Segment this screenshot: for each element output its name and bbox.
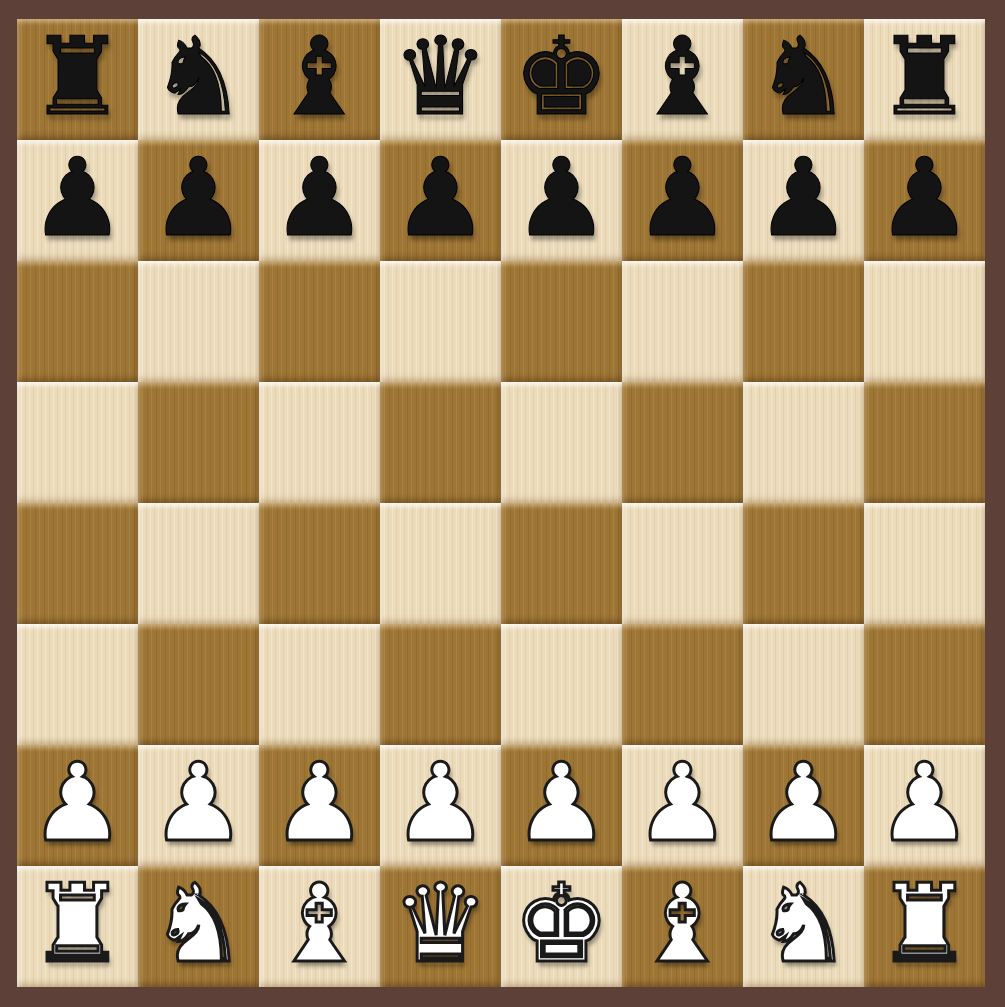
square-h8[interactable]: ♜ [864, 19, 985, 140]
square-g1[interactable]: ♞ [743, 866, 864, 987]
square-g7[interactable]: ♟ [743, 140, 864, 261]
square-c3[interactable] [259, 624, 380, 745]
square-c2[interactable]: ♟ [259, 745, 380, 866]
white-queen-piece[interactable]: ♛ [392, 870, 489, 978]
square-d6[interactable] [380, 261, 501, 382]
square-a6[interactable] [17, 261, 138, 382]
white-pawn-piece[interactable]: ♟ [392, 749, 489, 857]
square-b1[interactable]: ♞ [138, 866, 259, 987]
white-knight-piece[interactable]: ♞ [150, 870, 247, 978]
square-f8[interactable]: ♝ [622, 19, 743, 140]
square-g6[interactable] [743, 261, 864, 382]
white-rook-piece[interactable]: ♜ [29, 870, 126, 978]
square-h4[interactable] [864, 503, 985, 624]
black-pawn-piece[interactable]: ♟ [29, 144, 126, 252]
square-d2[interactable]: ♟ [380, 745, 501, 866]
square-h3[interactable] [864, 624, 985, 745]
square-b4[interactable] [138, 503, 259, 624]
square-g4[interactable] [743, 503, 864, 624]
black-queen-piece[interactable]: ♛ [392, 23, 489, 131]
square-f1[interactable]: ♝ [622, 866, 743, 987]
square-a4[interactable] [17, 503, 138, 624]
square-b2[interactable]: ♟ [138, 745, 259, 866]
square-e7[interactable]: ♟ [501, 140, 622, 261]
square-b7[interactable]: ♟ [138, 140, 259, 261]
square-e6[interactable] [501, 261, 622, 382]
square-a8[interactable]: ♜ [17, 19, 138, 140]
square-h7[interactable]: ♟ [864, 140, 985, 261]
square-g5[interactable] [743, 382, 864, 503]
square-d1[interactable]: ♛ [380, 866, 501, 987]
black-rook-piece[interactable]: ♜ [876, 23, 973, 131]
square-g2[interactable]: ♟ [743, 745, 864, 866]
square-b6[interactable] [138, 261, 259, 382]
black-knight-piece[interactable]: ♞ [755, 23, 852, 131]
square-e2[interactable]: ♟ [501, 745, 622, 866]
white-pawn-piece[interactable]: ♟ [876, 749, 973, 857]
square-c5[interactable] [259, 382, 380, 503]
square-b5[interactable] [138, 382, 259, 503]
square-b3[interactable] [138, 624, 259, 745]
white-pawn-piece[interactable]: ♟ [29, 749, 126, 857]
black-pawn-piece[interactable]: ♟ [876, 144, 973, 252]
white-bishop-piece[interactable]: ♝ [271, 870, 368, 978]
white-king-piece[interactable]: ♚ [513, 870, 610, 978]
white-pawn-piece[interactable]: ♟ [755, 749, 852, 857]
black-pawn-piece[interactable]: ♟ [634, 144, 731, 252]
white-bishop-piece[interactable]: ♝ [634, 870, 731, 978]
square-e4[interactable] [501, 503, 622, 624]
square-d5[interactable] [380, 382, 501, 503]
square-d7[interactable]: ♟ [380, 140, 501, 261]
square-h5[interactable] [864, 382, 985, 503]
square-h2[interactable]: ♟ [864, 745, 985, 866]
white-rook-piece[interactable]: ♜ [876, 870, 973, 978]
square-e1[interactable]: ♚ [501, 866, 622, 987]
black-pawn-piece[interactable]: ♟ [271, 144, 368, 252]
square-b8[interactable]: ♞ [138, 19, 259, 140]
square-c8[interactable]: ♝ [259, 19, 380, 140]
square-a7[interactable]: ♟ [17, 140, 138, 261]
board-frame: ♜♞♝♛♚♝♞♜♟♟♟♟♟♟♟♟♟♟♟♟♟♟♟♟♜♞♝♛♚♝♞♜ [0, 0, 1005, 1007]
chess-board: ♜♞♝♛♚♝♞♜♟♟♟♟♟♟♟♟♟♟♟♟♟♟♟♟♜♞♝♛♚♝♞♜ [17, 19, 985, 987]
white-pawn-piece[interactable]: ♟ [150, 749, 247, 857]
black-knight-piece[interactable]: ♞ [150, 23, 247, 131]
square-f3[interactable] [622, 624, 743, 745]
square-c6[interactable] [259, 261, 380, 382]
square-e8[interactable]: ♚ [501, 19, 622, 140]
square-c1[interactable]: ♝ [259, 866, 380, 987]
square-d4[interactable] [380, 503, 501, 624]
square-d3[interactable] [380, 624, 501, 745]
square-g8[interactable]: ♞ [743, 19, 864, 140]
square-a3[interactable] [17, 624, 138, 745]
square-c4[interactable] [259, 503, 380, 624]
square-f6[interactable] [622, 261, 743, 382]
square-h1[interactable]: ♜ [864, 866, 985, 987]
square-a2[interactable]: ♟ [17, 745, 138, 866]
square-f2[interactable]: ♟ [622, 745, 743, 866]
black-king-piece[interactable]: ♚ [513, 23, 610, 131]
white-pawn-piece[interactable]: ♟ [513, 749, 610, 857]
square-h6[interactable] [864, 261, 985, 382]
square-c7[interactable]: ♟ [259, 140, 380, 261]
white-pawn-piece[interactable]: ♟ [634, 749, 731, 857]
black-pawn-piece[interactable]: ♟ [150, 144, 247, 252]
black-bishop-piece[interactable]: ♝ [271, 23, 368, 131]
square-e3[interactable] [501, 624, 622, 745]
square-a5[interactable] [17, 382, 138, 503]
black-pawn-piece[interactable]: ♟ [392, 144, 489, 252]
square-f5[interactable] [622, 382, 743, 503]
black-pawn-piece[interactable]: ♟ [513, 144, 610, 252]
square-f4[interactable] [622, 503, 743, 624]
square-g3[interactable] [743, 624, 864, 745]
black-pawn-piece[interactable]: ♟ [755, 144, 852, 252]
square-a1[interactable]: ♜ [17, 866, 138, 987]
black-bishop-piece[interactable]: ♝ [634, 23, 731, 131]
white-knight-piece[interactable]: ♞ [755, 870, 852, 978]
white-pawn-piece[interactable]: ♟ [271, 749, 368, 857]
square-f7[interactable]: ♟ [622, 140, 743, 261]
square-e5[interactable] [501, 382, 622, 503]
square-d8[interactable]: ♛ [380, 19, 501, 140]
black-rook-piece[interactable]: ♜ [29, 23, 126, 131]
